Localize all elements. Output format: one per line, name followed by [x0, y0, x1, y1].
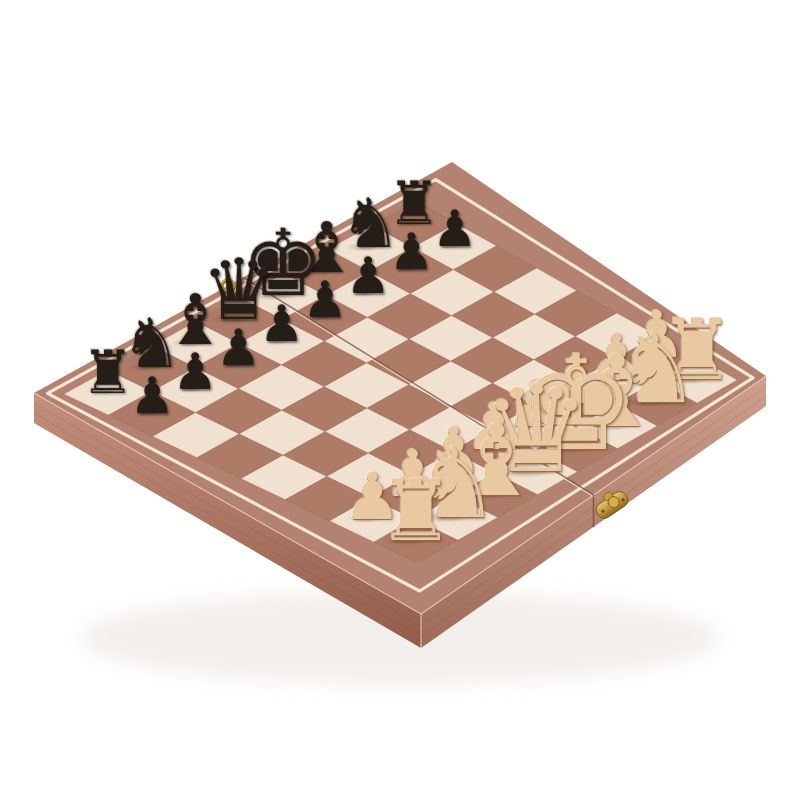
piece-black-pawn: ♟	[432, 204, 477, 254]
piece-white-rook: ♜	[378, 469, 454, 554]
piece-black-pawn: ♟	[346, 251, 391, 301]
pieces-layer: ♜♟♞♟♝♟♚♟♛♟♝♟♟♞♜♟♟♜♞♟♟♝♟♚♟♛♟♝♟♞♟♜	[0, 0, 800, 800]
piece-black-pawn: ♟	[129, 371, 174, 421]
piece-black-pawn: ♟	[259, 299, 304, 349]
piece-black-pawn: ♟	[302, 275, 347, 325]
piece-black-pawn: ♟	[173, 347, 218, 397]
piece-black-pawn: ♟	[389, 228, 434, 278]
piece-black-rook: ♜	[81, 342, 134, 401]
piece-black-pawn: ♟	[216, 323, 261, 373]
chess-set-product-photo: ♜♟♞♟♝♟♚♟♛♟♝♟♟♞♜♟♟♜♞♟♟♝♟♚♟♛♟♝♟♞♟♜	[0, 0, 800, 800]
